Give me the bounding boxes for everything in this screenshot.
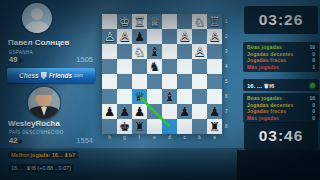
square-c7[interactable]: ♟ xyxy=(177,104,192,119)
video-frame: Павел Солнцев ESPANHA 49★ 1505 Chess Fri… xyxy=(0,0,320,180)
square-g7[interactable]: ♟ xyxy=(117,104,132,119)
square-h4[interactable] xyxy=(102,59,117,74)
piece-p-h7: ♟ xyxy=(102,104,117,119)
square-c5[interactable] xyxy=(177,74,192,89)
square-g6[interactable] xyxy=(117,89,132,104)
square-c3[interactable] xyxy=(177,44,192,59)
bottom-right-shade xyxy=(237,150,320,180)
chessfriends-logo: Chess Friends .com xyxy=(7,68,95,83)
square-d8[interactable] xyxy=(162,119,177,134)
square-f2[interactable]: ♟ xyxy=(132,29,147,44)
square-f7[interactable]: ♟ xyxy=(132,104,147,119)
player-rating-bottom: 1554 xyxy=(76,136,93,145)
clock-top: 03:26 xyxy=(244,6,318,34)
square-a1[interactable]: ♖ xyxy=(207,14,222,29)
square-a5[interactable] xyxy=(207,74,222,89)
square-b6[interactable] xyxy=(192,89,207,104)
square-g5[interactable] xyxy=(117,74,132,89)
square-e6[interactable] xyxy=(147,89,162,104)
file-label-h: h xyxy=(102,135,117,140)
piece-p-f7: ♟ xyxy=(132,104,147,119)
square-e7[interactable] xyxy=(147,104,162,119)
stat-row: Más jogadas1 xyxy=(247,64,315,71)
square-d2[interactable] xyxy=(162,29,177,44)
board-grid[interactable]: ♔♖♕♘♖♙♙♟♙♙♘♝♙♞♛♝♟♟♟♟♟♚♜♜ xyxy=(102,14,222,134)
piece-p-c7: ♟ xyxy=(177,104,192,119)
player-name-top: Павел Солнцев xyxy=(8,38,102,47)
rank-label-3: 3 xyxy=(225,44,228,59)
file-label-g: g xyxy=(117,135,132,140)
square-a4[interactable] xyxy=(207,59,222,74)
piece-b-e3: ♝ xyxy=(147,44,162,59)
rank-label-6: 6 xyxy=(225,89,228,104)
piece-R-f1: ♖ xyxy=(132,14,147,29)
square-a7[interactable]: ♟ xyxy=(207,104,222,119)
rank-label-2: 2 xyxy=(225,29,228,44)
file-label-c: c xyxy=(177,135,192,140)
piece-P-h2: ♙ xyxy=(102,29,117,44)
piece-n-e4: ♞ xyxy=(147,59,162,74)
square-c4[interactable] xyxy=(177,59,192,74)
piece-P-b3: ♙ xyxy=(192,44,207,59)
piece-N-b1: ♘ xyxy=(192,14,207,29)
player-stars-bottom: 42★ xyxy=(9,136,23,145)
piece-p-a7: ♟ xyxy=(207,104,222,119)
piece-p-f2: ♟ xyxy=(132,29,147,44)
square-a3[interactable] xyxy=(207,44,222,59)
piece-b-d6: ♝ xyxy=(162,89,177,104)
player-stats-bottom: 42★ 1554 xyxy=(9,136,93,145)
avatar-photo xyxy=(28,87,60,119)
square-d5[interactable] xyxy=(162,74,177,89)
square-b1[interactable]: ♘ xyxy=(192,14,207,29)
square-b3[interactable]: ♙ xyxy=(192,44,207,59)
square-b8[interactable] xyxy=(192,119,207,134)
square-g8[interactable]: ♚ xyxy=(117,119,132,134)
square-f8[interactable]: ♜ xyxy=(132,119,147,134)
square-e4[interactable]: ♞ xyxy=(147,59,162,74)
piece-k-g8: ♚ xyxy=(117,119,132,134)
square-c6[interactable] xyxy=(177,89,192,104)
square-h8[interactable] xyxy=(102,119,117,134)
rank-labels: 12345678 xyxy=(225,14,228,134)
square-h3[interactable] xyxy=(102,44,117,59)
square-c8[interactable] xyxy=(177,119,192,134)
chess-board[interactable]: ♔♖♕♘♖♙♙♟♙♙♘♝♙♞♛♝♟♟♟♟♟♚♜♜ xyxy=(102,14,222,134)
player-country-bottom: PAÍS DESCONHECIDO xyxy=(9,130,64,135)
square-e2[interactable] xyxy=(147,29,162,44)
square-b2[interactable] xyxy=(192,29,207,44)
best-move-label: Melhor jogada: 16... ♝b7 xyxy=(8,151,78,159)
stat-row: Más jogadas0 xyxy=(247,115,315,122)
square-d4[interactable] xyxy=(162,59,177,74)
file-label-f: f xyxy=(132,135,147,140)
piece-q-f6: ♛ xyxy=(132,89,147,104)
file-label-a: a xyxy=(207,135,222,140)
move-quality-stats-top: Boas jogadas10Jogadas decentes0Jogadas f… xyxy=(243,42,319,72)
file-labels: hgfedcba xyxy=(102,135,222,140)
piece-P-a2: ♙ xyxy=(207,29,222,44)
square-h2[interactable]: ♙ xyxy=(102,29,117,44)
piece-N-f3: ♘ xyxy=(132,44,147,59)
file-label-e: e xyxy=(147,135,162,140)
shield-icon xyxy=(41,72,47,80)
square-a6[interactable] xyxy=(207,89,222,104)
square-a8[interactable]: ♜ xyxy=(207,119,222,134)
square-b5[interactable] xyxy=(192,74,207,89)
square-e3[interactable]: ♝ xyxy=(147,44,162,59)
logo-word1: Chess xyxy=(19,72,39,79)
square-f6[interactable]: ♛ xyxy=(132,89,147,104)
square-d7[interactable] xyxy=(162,104,177,119)
square-e5[interactable] xyxy=(147,74,162,89)
square-b7[interactable] xyxy=(192,104,207,119)
player-stats-top: 49★ 1505 xyxy=(9,55,93,64)
file-label-b: b xyxy=(192,135,207,140)
square-h5[interactable] xyxy=(102,74,117,89)
square-e8[interactable] xyxy=(147,119,162,134)
rank-label-5: 5 xyxy=(225,74,228,89)
move-quality-stats-bottom: Boas jogadas16Jogadas decentes0Jogadas f… xyxy=(243,93,319,123)
square-h6[interactable] xyxy=(102,89,117,104)
square-c1[interactable] xyxy=(177,14,192,29)
square-d1[interactable] xyxy=(162,14,177,29)
square-f4[interactable] xyxy=(132,59,147,74)
piece-P-g2: ♙ xyxy=(117,29,132,44)
square-h1[interactable] xyxy=(102,14,117,29)
last-move-text: 16. ... ♛f6 xyxy=(247,82,274,89)
square-e1[interactable]: ♕ xyxy=(147,14,162,29)
logo-domain: .com xyxy=(73,73,83,78)
piece-K-g1: ♔ xyxy=(117,14,132,29)
square-f3[interactable]: ♘ xyxy=(132,44,147,59)
square-d3[interactable] xyxy=(162,44,177,59)
star-icon: ★ xyxy=(17,57,22,63)
piece-Q-e1: ♕ xyxy=(147,14,162,29)
player-stars-top: 49★ xyxy=(9,55,23,64)
rank-label-4: 4 xyxy=(225,59,228,74)
star-icon: ★ xyxy=(17,138,22,144)
player-name-bottom: WesleyRocha xyxy=(8,119,102,128)
square-g3[interactable] xyxy=(117,44,132,59)
square-a2[interactable]: ♙ xyxy=(207,29,222,44)
rank-label-1: 1 xyxy=(225,14,228,29)
rank-label-7: 7 xyxy=(225,104,228,119)
piece-r-f8: ♜ xyxy=(132,119,147,134)
avatar-silhouette-head xyxy=(31,8,43,20)
square-b4[interactable] xyxy=(192,59,207,74)
square-g4[interactable] xyxy=(117,59,132,74)
avatar xyxy=(22,3,52,33)
piece-r-a8: ♜ xyxy=(207,119,222,134)
piece-P-c2: ♙ xyxy=(177,29,192,44)
rank-label-8: 8 xyxy=(225,119,228,134)
file-label-d: d xyxy=(162,135,177,140)
piece-R-a1: ♖ xyxy=(207,14,222,29)
clock-bottom: 03:46 xyxy=(244,122,318,150)
avatar-silhouette-shoulders xyxy=(25,21,49,33)
square-c2[interactable]: ♙ xyxy=(177,29,192,44)
square-g1[interactable]: ♔ xyxy=(117,14,132,29)
square-g2[interactable]: ♙ xyxy=(117,29,132,44)
square-f5[interactable] xyxy=(132,74,147,89)
last-move-indicator: 16. ... ♛f6 xyxy=(243,79,319,91)
square-f1[interactable]: ♖ xyxy=(132,14,147,29)
logo-word2: Friends xyxy=(49,72,72,79)
piece-p-g7: ♟ xyxy=(117,104,132,119)
avatar-hair xyxy=(35,88,53,95)
eval-label: 16. ... ♛f6 (+0.88→0.07) xyxy=(8,164,74,172)
square-h7[interactable]: ♟ xyxy=(102,104,117,119)
player-rating-top: 1505 xyxy=(76,55,93,64)
move-quality-dot xyxy=(310,83,315,88)
square-d6[interactable]: ♝ xyxy=(162,89,177,104)
